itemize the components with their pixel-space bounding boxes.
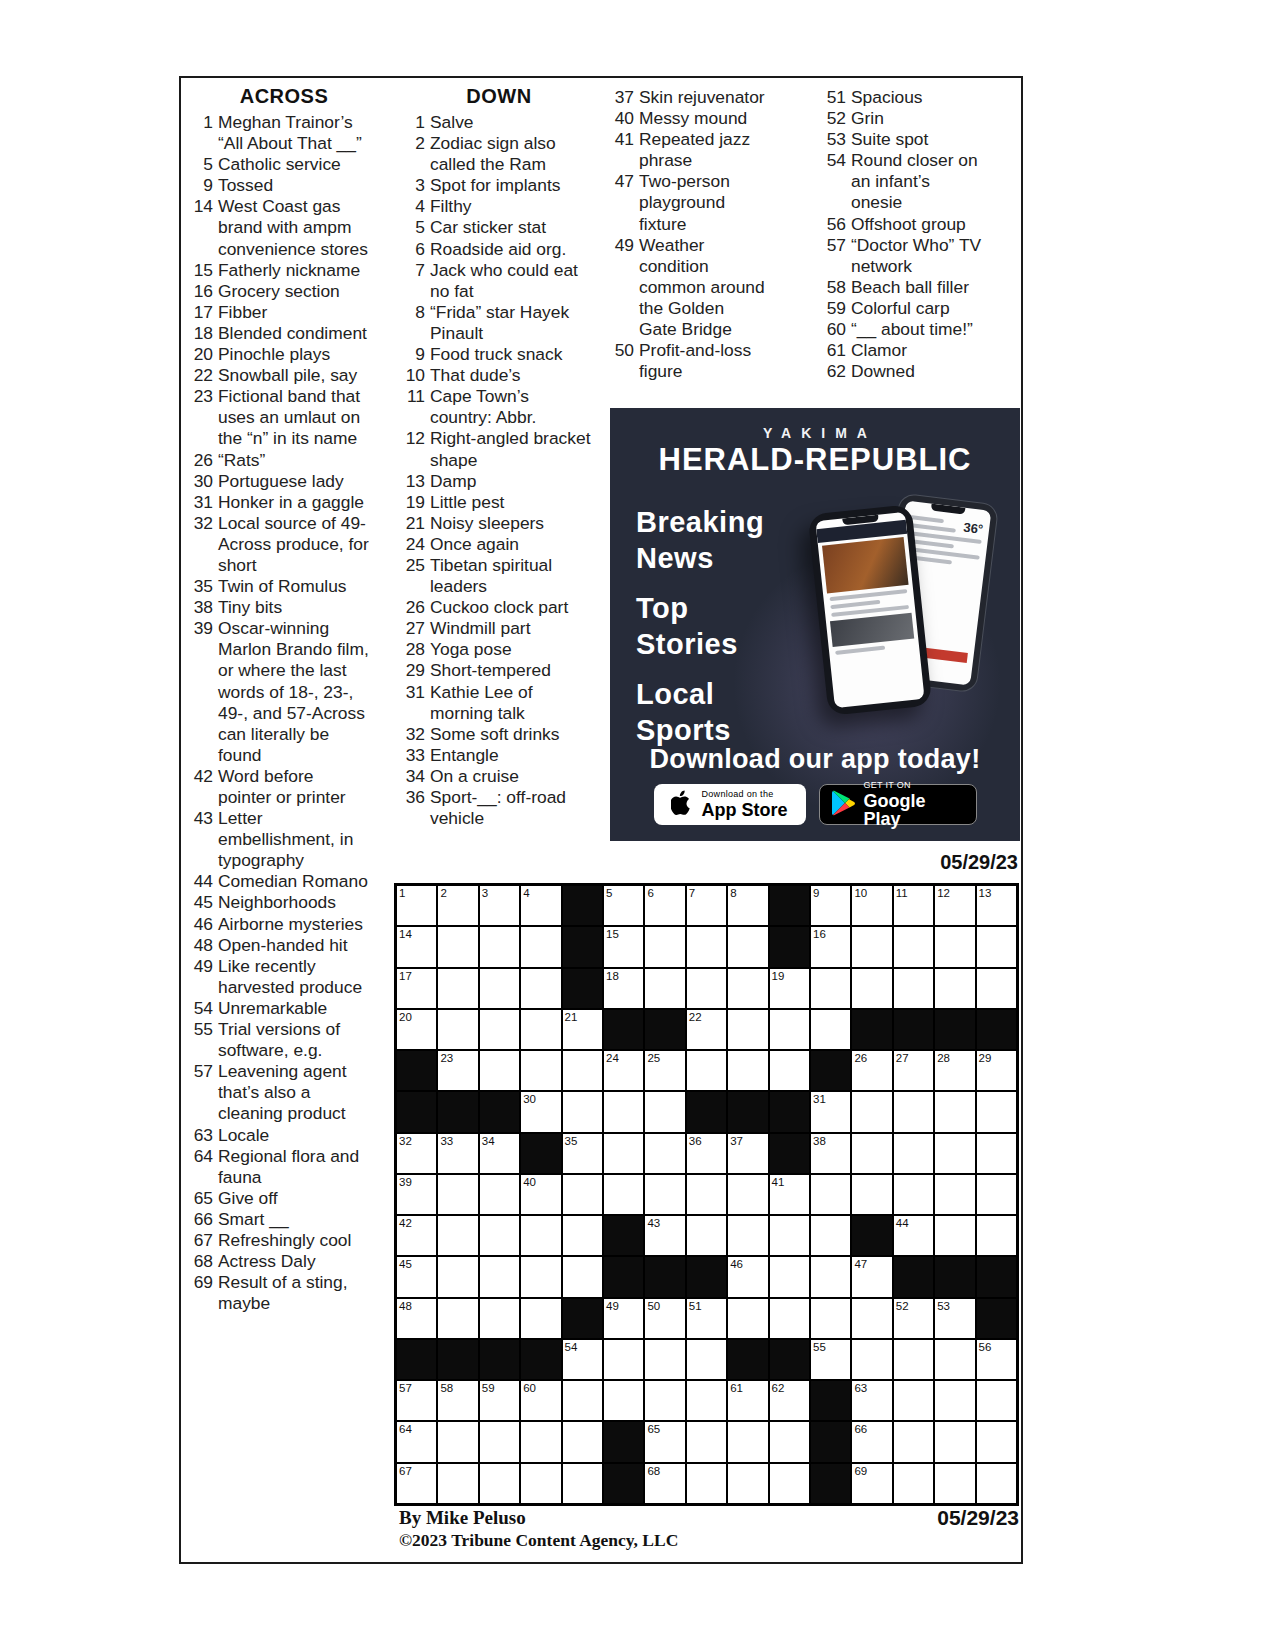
ad-feature-line: Breaking News: [636, 504, 764, 576]
grid-cell-r12c5[interactable]: 54: [562, 1339, 603, 1380]
down-clue-list-1: 1Salve2Zodiac sign also called the Ram3S…: [398, 112, 600, 829]
grid-cell-r9c7[interactable]: 43: [644, 1215, 685, 1256]
grid-cell-r11c11[interactable]: [810, 1298, 851, 1339]
clue-65: 65Give off: [186, 1188, 382, 1209]
ad-cta-text: Download our app today!: [610, 744, 1020, 775]
grid-cell-r9c4[interactable]: [520, 1215, 561, 1256]
cell-number: 36: [689, 1134, 702, 1148]
cell-number: 45: [399, 1257, 412, 1271]
black-cell-r4c13: [893, 1009, 934, 1050]
grid-cell-r8c13[interactable]: [893, 1174, 934, 1215]
clue-number: 51: [813, 87, 851, 108]
grid-cell-r11c1[interactable]: 48: [396, 1298, 437, 1339]
grid-cell-r5c4[interactable]: [520, 1050, 561, 1091]
grid-cell-r12c8[interactable]: [686, 1339, 727, 1380]
grid-cell-r8c4[interactable]: 40: [520, 1174, 561, 1215]
grid-cell-r1c13[interactable]: 11: [893, 885, 934, 926]
clue-51: 51Spacious: [813, 87, 985, 108]
grid-cell-r5c5[interactable]: [562, 1050, 603, 1091]
clue-45: 45Neighborhoods: [186, 892, 382, 913]
clue-text: Car sticker stat: [430, 217, 591, 238]
grid-cell-r9c9[interactable]: [727, 1215, 768, 1256]
down-clues-column-1: DOWN 1Salve2Zodiac sign also called the …: [398, 85, 600, 829]
grid-cell-r5c9[interactable]: [727, 1050, 768, 1091]
grid-cell-r3c15[interactable]: [976, 968, 1017, 1009]
clue-number: 26: [398, 597, 430, 618]
grid-cell-r11c8[interactable]: 51: [686, 1298, 727, 1339]
grid-cell-r5c12[interactable]: 26: [851, 1050, 892, 1091]
grid-cell-r7c6[interactable]: [603, 1133, 644, 1174]
grid-cell-r15c13[interactable]: [893, 1463, 934, 1504]
clue-69: 69Result of a sting, maybe: [186, 1272, 382, 1314]
grid-cell-r10c10[interactable]: [769, 1256, 810, 1297]
cell-number: 23: [440, 1051, 453, 1065]
grid-cell-r8c1[interactable]: 39: [396, 1174, 437, 1215]
puzzle-date-bottom: 05/29/23: [818, 1506, 1019, 1530]
clue-text: Some soft drinks: [430, 724, 591, 745]
clue-1: 1Meghan Trainor’s “All About That __”: [186, 112, 382, 154]
clue-text: Grin: [851, 108, 982, 129]
grid-cell-r11c4[interactable]: [520, 1298, 561, 1339]
grid-cell-r12c11[interactable]: 55: [810, 1339, 851, 1380]
grid-cell-r13c7[interactable]: [644, 1380, 685, 1421]
clue-text: Kathie Lee of morning talk: [430, 682, 591, 724]
grid-cell-r2c4[interactable]: [520, 926, 561, 967]
grid-cell-r14c9[interactable]: [727, 1421, 768, 1462]
grid-cell-r8c2[interactable]: [437, 1174, 478, 1215]
clue-54: 54Unremarkable: [186, 998, 382, 1019]
grid-cell-r6c12[interactable]: [851, 1091, 892, 1132]
grid-cell-r11c12[interactable]: [851, 1298, 892, 1339]
grid-cell-r6c5[interactable]: [562, 1091, 603, 1132]
grid-cell-r9c5[interactable]: [562, 1215, 603, 1256]
grid-cell-r3c8[interactable]: [686, 968, 727, 1009]
grid-cell-r6c11[interactable]: 31: [810, 1091, 851, 1132]
grid-cell-r11c14[interactable]: 53: [934, 1298, 975, 1339]
clue-text: Colorful carp: [851, 298, 982, 319]
grid-cell-r13c14[interactable]: [934, 1380, 975, 1421]
clue-number: 37: [601, 87, 639, 108]
grid-cell-r15c15[interactable]: [976, 1463, 1017, 1504]
cell-number: 29: [979, 1051, 992, 1065]
clue-text: Fibber: [218, 302, 371, 323]
grid-cell-r6c13[interactable]: [893, 1091, 934, 1132]
grid-cell-r11c3[interactable]: [479, 1298, 520, 1339]
grid-cell-r11c10[interactable]: [769, 1298, 810, 1339]
clue-number: 56: [813, 214, 851, 235]
grid-cell-r5c15[interactable]: 29: [976, 1050, 1017, 1091]
grid-cell-r6c6[interactable]: [603, 1091, 644, 1132]
clue-number: 61: [813, 340, 851, 361]
grid-cell-r14c4[interactable]: [520, 1421, 561, 1462]
clue-64: 64Regional flora and fauna: [186, 1146, 382, 1188]
grid-cell-r6c15[interactable]: [976, 1091, 1017, 1132]
grid-cell-r11c7[interactable]: 50: [644, 1298, 685, 1339]
clue-number: 36: [398, 787, 430, 829]
grid-cell-r2c9[interactable]: [727, 926, 768, 967]
black-cell-r7c4: [520, 1133, 561, 1174]
cell-number: 46: [730, 1257, 743, 1271]
across-clues-column: ACROSS 1Meghan Trainor’s “All About That…: [186, 85, 382, 1314]
cell-number: 39: [399, 1175, 412, 1189]
clue-text: Spot for implants: [430, 175, 591, 196]
clue-25: 25Tibetan spiritual leaders: [398, 555, 600, 597]
grid-cell-r15c7[interactable]: 68: [644, 1463, 685, 1504]
clue-29: 29Short-tempered: [398, 660, 600, 681]
grid-cell-r4c10[interactable]: [769, 1009, 810, 1050]
grid-cell-r14c8[interactable]: [686, 1421, 727, 1462]
grid-cell-r15c1[interactable]: 67: [396, 1463, 437, 1504]
clue-text: Offshoot group: [851, 214, 982, 235]
cell-number: 6: [647, 886, 653, 900]
clue-text: Entangle: [430, 745, 591, 766]
clue-text: Messy mound: [639, 108, 766, 129]
grid-cell-r13c12[interactable]: 63: [851, 1380, 892, 1421]
grid-cell-r11c6[interactable]: 49: [603, 1298, 644, 1339]
clue-text: Regional flora and fauna: [218, 1146, 371, 1188]
grid-cell-r4c5[interactable]: 21: [562, 1009, 603, 1050]
grid-cell-r12c13[interactable]: [893, 1339, 934, 1380]
grid-cell-r10c12[interactable]: 47: [851, 1256, 892, 1297]
grid-cell-r13c10[interactable]: 62: [769, 1380, 810, 1421]
grid-cell-r9c8[interactable]: [686, 1215, 727, 1256]
grid-cell-r2c7[interactable]: [644, 926, 685, 967]
grid-cell-r15c9[interactable]: [727, 1463, 768, 1504]
ad-city-name: YAKIMA: [610, 425, 1020, 441]
grid-cell-r4c4[interactable]: [520, 1009, 561, 1050]
clue-38: 38Tiny bits: [186, 597, 382, 618]
grid-cell-r9c11[interactable]: [810, 1215, 851, 1256]
grid-cell-r1c15[interactable]: 13: [976, 885, 1017, 926]
grid-cell-r10c4[interactable]: [520, 1256, 561, 1297]
grid-cell-r8c5[interactable]: [562, 1174, 603, 1215]
grid-cell-r2c2[interactable]: [437, 926, 478, 967]
grid-cell-r5c13[interactable]: 27: [893, 1050, 934, 1091]
grid-cell-r1c2[interactable]: 2: [437, 885, 478, 926]
clue-text: Leavening agent that’s also a cleaning p…: [218, 1061, 371, 1124]
clue-number: 3: [398, 175, 430, 196]
grid-cell-r14c5[interactable]: [562, 1421, 603, 1462]
grid-cell-r11c2[interactable]: [437, 1298, 478, 1339]
grid-cell-r3c3[interactable]: [479, 968, 520, 1009]
grid-cell-r14c12[interactable]: 66: [851, 1421, 892, 1462]
grid-cell-r2c13[interactable]: [893, 926, 934, 967]
grid-cell-r1c9[interactable]: 8: [727, 885, 768, 926]
grid-cell-r4c1[interactable]: 20: [396, 1009, 437, 1050]
grid-cell-r7c9[interactable]: 37: [727, 1133, 768, 1174]
clue-number: 11: [398, 386, 430, 428]
grid-cell-r1c11[interactable]: 9: [810, 885, 851, 926]
grid-cell-r3c12[interactable]: [851, 968, 892, 1009]
grid-cell-r8c12[interactable]: [851, 1174, 892, 1215]
clue-39: 39Oscar-winning Marlon Brando film, or w…: [186, 618, 382, 766]
grid-cell-r4c8[interactable]: 22: [686, 1009, 727, 1050]
grid-cell-r7c1[interactable]: 32: [396, 1133, 437, 1174]
clue-40: 40Messy mound: [601, 108, 769, 129]
clue-number: 54: [186, 998, 218, 1019]
grid-cell-r13c8[interactable]: [686, 1380, 727, 1421]
cell-number: 17: [399, 969, 412, 983]
grid-cell-r8c9[interactable]: [727, 1174, 768, 1215]
grid-cell-r14c13[interactable]: [893, 1421, 934, 1462]
black-cell-r2c10: [769, 926, 810, 967]
clue-68: 68Actress Daly: [186, 1251, 382, 1272]
grid-cell-r8c15[interactable]: [976, 1174, 1017, 1215]
cell-number: 20: [399, 1010, 412, 1024]
grid-cell-r13c1[interactable]: 57: [396, 1380, 437, 1421]
grid-cell-r4c3[interactable]: [479, 1009, 520, 1050]
grid-cell-r9c3[interactable]: [479, 1215, 520, 1256]
clue-number: 23: [186, 386, 218, 449]
black-cell-r4c7: [644, 1009, 685, 1050]
grid-cell-r5c10[interactable]: [769, 1050, 810, 1091]
grid-cell-r1c3[interactable]: 3: [479, 885, 520, 926]
clue-text: Fatherly nickname: [218, 260, 371, 281]
google-play-badge[interactable]: GET IT ON Google Play: [819, 784, 977, 825]
clue-44: 44Comedian Romano: [186, 871, 382, 892]
cell-number: 11: [896, 886, 908, 900]
grid-cell-r14c14[interactable]: [934, 1421, 975, 1462]
grid-cell-r2c3[interactable]: [479, 926, 520, 967]
clue-number: 7: [398, 260, 430, 302]
cell-number: 18: [606, 969, 619, 983]
clue-number: 34: [398, 766, 430, 787]
grid-cell-r12c14[interactable]: [934, 1339, 975, 1380]
clue-26: 26“Rats”: [186, 450, 382, 471]
clue-number: 39: [186, 618, 218, 766]
grid-cell-r4c9[interactable]: [727, 1009, 768, 1050]
grid-cell-r1c8[interactable]: 7: [686, 885, 727, 926]
grid-cell-r6c4[interactable]: 30: [520, 1091, 561, 1132]
grid-cell-r9c2[interactable]: [437, 1215, 478, 1256]
grid-cell-r10c2[interactable]: [437, 1256, 478, 1297]
grid-cell-r14c3[interactable]: [479, 1421, 520, 1462]
grid-cell-r6c7[interactable]: [644, 1091, 685, 1132]
grid-cell-r10c5[interactable]: [562, 1256, 603, 1297]
grid-cell-r3c6[interactable]: 18: [603, 968, 644, 1009]
clue-48: 48Open-handed hit: [186, 935, 382, 956]
grid-cell-r7c12[interactable]: [851, 1133, 892, 1174]
clue-56: 56Offshoot group: [813, 214, 985, 235]
grid-cell-r1c12[interactable]: 10: [851, 885, 892, 926]
grid-cell-r15c3[interactable]: [479, 1463, 520, 1504]
clue-4: 4Filthy: [398, 196, 600, 217]
clue-text: Right-angled bracket shape: [430, 428, 591, 470]
grid-cell-r7c7[interactable]: [644, 1133, 685, 1174]
clue-number: 18: [186, 323, 218, 344]
black-cell-r7c10: [769, 1133, 810, 1174]
grid-cell-r10c11[interactable]: [810, 1256, 851, 1297]
clue-text: Short-tempered: [430, 660, 591, 681]
grid-cell-r4c11[interactable]: [810, 1009, 851, 1050]
grid-cell-r2c11[interactable]: 16: [810, 926, 851, 967]
grid-cell-r12c7[interactable]: [644, 1339, 685, 1380]
app-store-badge[interactable]: Download on the App Store: [654, 784, 806, 825]
clue-text: Two-person playground fixture: [639, 171, 766, 234]
grid-cell-r7c5[interactable]: 35: [562, 1133, 603, 1174]
grid-cell-r15c14[interactable]: [934, 1463, 975, 1504]
clue-57: 57Leavening agent that’s also a cleaning…: [186, 1061, 382, 1124]
grid-cell-r15c10[interactable]: [769, 1463, 810, 1504]
grid-cell-r6c14[interactable]: [934, 1091, 975, 1132]
grid-cell-r2c15[interactable]: [976, 926, 1017, 967]
grid-cell-r14c10[interactable]: [769, 1421, 810, 1462]
clue-number: 43: [186, 808, 218, 871]
clue-13: 13Damp: [398, 471, 600, 492]
grid-cell-r7c2[interactable]: 33: [437, 1133, 478, 1174]
grid-cell-r8c3[interactable]: [479, 1174, 520, 1215]
clue-number: 27: [398, 618, 430, 639]
grid-cell-r1c7[interactable]: 6: [644, 885, 685, 926]
clue-number: 54: [813, 150, 851, 213]
cell-number: 22: [689, 1010, 702, 1024]
clue-text: Noisy sleepers: [430, 513, 591, 534]
grid-cell-r8c11[interactable]: [810, 1174, 851, 1215]
clue-number: 17: [186, 302, 218, 323]
grid-cell-r2c14[interactable]: [934, 926, 975, 967]
grid-cell-r13c6[interactable]: [603, 1380, 644, 1421]
grid-cell-r9c15[interactable]: [976, 1215, 1017, 1256]
cell-number: 62: [772, 1381, 785, 1395]
grid-cell-r10c1[interactable]: 45: [396, 1256, 437, 1297]
clue-49: 49Like recently harvested produce: [186, 956, 382, 998]
grid-cell-r13c9[interactable]: 61: [727, 1380, 768, 1421]
grid-cell-r2c12[interactable]: [851, 926, 892, 967]
grid-cell-r3c2[interactable]: [437, 968, 478, 1009]
grid-cell-r3c7[interactable]: [644, 968, 685, 1009]
grid-cell-r13c15[interactable]: [976, 1380, 1017, 1421]
grid-cell-r13c3[interactable]: 59: [479, 1380, 520, 1421]
clue-text: Little pest: [430, 492, 591, 513]
grid-cell-r8c10[interactable]: 41: [769, 1174, 810, 1215]
google-play-icon: [832, 790, 856, 820]
grid-cell-r3c4[interactable]: [520, 968, 561, 1009]
grid-cell-r5c7[interactable]: 25: [644, 1050, 685, 1091]
grid-cell-r12c6[interactable]: [603, 1339, 644, 1380]
grid-cell-r9c1[interactable]: 42: [396, 1215, 437, 1256]
grid-cell-r5c3[interactable]: [479, 1050, 520, 1091]
grid-cell-r7c13[interactable]: [893, 1133, 934, 1174]
grid-cell-r7c11[interactable]: 38: [810, 1133, 851, 1174]
grid-cell-r10c3[interactable]: [479, 1256, 520, 1297]
grid-cell-r14c7[interactable]: 65: [644, 1421, 685, 1462]
grid-cell-r5c8[interactable]: [686, 1050, 727, 1091]
grid-cell-r7c3[interactable]: 34: [479, 1133, 520, 1174]
grid-cell-r3c14[interactable]: [934, 968, 975, 1009]
grid-cell-r7c15[interactable]: [976, 1133, 1017, 1174]
clue-3: 3Spot for implants: [398, 175, 600, 196]
clue-5: 5Car sticker stat: [398, 217, 600, 238]
cell-number: 15: [606, 927, 619, 941]
cell-number: 16: [813, 927, 826, 941]
black-cell-r13c11: [810, 1380, 851, 1421]
grid-cell-r9c13[interactable]: 44: [893, 1215, 934, 1256]
grid-cell-r9c10[interactable]: [769, 1215, 810, 1256]
clue-text: Suite spot: [851, 129, 982, 150]
grid-cell-r12c15[interactable]: 56: [976, 1339, 1017, 1380]
apple-icon: [671, 790, 693, 820]
grid-cell-r8c6[interactable]: [603, 1174, 644, 1215]
black-cell-r10c6: [603, 1256, 644, 1297]
clue-18: 18Blended condiment: [186, 323, 382, 344]
grid-cell-r3c10[interactable]: 19: [769, 968, 810, 1009]
clue-text: Tossed: [218, 175, 371, 196]
grid-cell-r3c1[interactable]: 17: [396, 968, 437, 1009]
grid-cell-r1c1[interactable]: 1: [396, 885, 437, 926]
grid-cell-r3c13[interactable]: [893, 968, 934, 1009]
grid-cell-r14c1[interactable]: 64: [396, 1421, 437, 1462]
cell-number: 37: [730, 1134, 743, 1148]
grid-cell-r15c4[interactable]: [520, 1463, 561, 1504]
grid-cell-r7c8[interactable]: 36: [686, 1133, 727, 1174]
grid-cell-r1c14[interactable]: 12: [934, 885, 975, 926]
cell-number: 47: [854, 1257, 867, 1271]
down-clue-list-2: 37Skin rejuvenator40Messy mound41Repeate…: [601, 87, 769, 382]
grid-cell-r11c13[interactable]: 52: [893, 1298, 934, 1339]
cell-number: 42: [399, 1216, 412, 1230]
grid-cell-r13c13[interactable]: [893, 1380, 934, 1421]
grid-cell-r15c2[interactable]: [437, 1463, 478, 1504]
down-header: DOWN: [398, 85, 600, 108]
grid-cell-r15c12[interactable]: 69: [851, 1463, 892, 1504]
clue-number: 45: [186, 892, 218, 913]
clue-number: 12: [398, 428, 430, 470]
grid-cell-r4c2[interactable]: [437, 1009, 478, 1050]
clue-number: 58: [813, 277, 851, 298]
grid-cell-r5c6[interactable]: 24: [603, 1050, 644, 1091]
phone-notch: [931, 504, 966, 515]
clue-number: 9: [398, 344, 430, 365]
grid-cell-r5c2[interactable]: 23: [437, 1050, 478, 1091]
grid-cell-r13c5[interactable]: [562, 1380, 603, 1421]
grid-cell-r1c6[interactable]: 5: [603, 885, 644, 926]
grid-cell-r5c14[interactable]: 28: [934, 1050, 975, 1091]
grid-cell-r14c2[interactable]: [437, 1421, 478, 1462]
grid-cell-r10c9[interactable]: 46: [727, 1256, 768, 1297]
clue-text: Comedian Romano: [218, 871, 371, 892]
grid-cell-r1c4[interactable]: 4: [520, 885, 561, 926]
cell-number: 14: [399, 927, 412, 941]
grid-cell-r2c1[interactable]: 14: [396, 926, 437, 967]
cell-number: 38: [813, 1134, 826, 1148]
byline: By Mike Peluso: [399, 1507, 526, 1529]
clue-text: Snowball pile, say: [218, 365, 371, 386]
clue-text: Trial versions of software, e.g.: [218, 1019, 371, 1061]
store-badges: Download on the App Store GET IT ON Goog…: [610, 784, 1020, 825]
across-header: ACROSS: [186, 85, 382, 108]
grid-cell-r14c15[interactable]: [976, 1421, 1017, 1462]
cell-number: 1: [399, 886, 405, 900]
grid-cell-r7c14[interactable]: [934, 1133, 975, 1174]
grid-cell-r13c4[interactable]: 60: [520, 1380, 561, 1421]
grid-cell-r3c9[interactable]: [727, 968, 768, 1009]
grid-cell-r8c8[interactable]: [686, 1174, 727, 1215]
grid-cell-r15c8[interactable]: [686, 1463, 727, 1504]
grid-cell-r11c9[interactable]: [727, 1298, 768, 1339]
grid-cell-r12c12[interactable]: [851, 1339, 892, 1380]
grid-cell-r8c7[interactable]: [644, 1174, 685, 1215]
clue-text: Locale: [218, 1125, 371, 1146]
grid-cell-r15c5[interactable]: [562, 1463, 603, 1504]
phone-news-photo: [822, 537, 909, 593]
grid-cell-r9c14[interactable]: [934, 1215, 975, 1256]
grid-cell-r3c11[interactable]: [810, 968, 851, 1009]
grid-cell-r13c2[interactable]: 58: [437, 1380, 478, 1421]
grid-cell-r2c6[interactable]: 15: [603, 926, 644, 967]
grid-cell-r8c14[interactable]: [934, 1174, 975, 1215]
google-play-pre-text: GET IT ON: [864, 781, 964, 790]
grid-cell-r2c8[interactable]: [686, 926, 727, 967]
